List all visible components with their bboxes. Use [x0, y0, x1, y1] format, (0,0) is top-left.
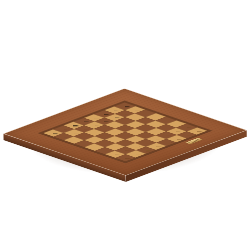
- chess-board: ♜♞♟♝♟♚♟♛♟♝♟♞♟♟♜♟♟♜♟♟♞♟♝♟♚♟♛♟♝♟♞♜: [3, 88, 246, 175]
- chess-set-photo: ♜♞♟♝♟♚♟♛♟♝♟♞♟♟♜♟♟♜♟♟♞♟♝♟♚♟♛♟♝♟♞♜: [0, 0, 250, 250]
- rook-glyph: ♜: [118, 135, 132, 161]
- pawn-glyph: ♟: [57, 117, 70, 140]
- scene-tilt: ♜♞♟♝♟♚♟♛♟♝♟♞♟♟♜♟♟♜♟♟♞♟♝♟♚♟♛♟♝♟♞♜: [0, 0, 250, 250]
